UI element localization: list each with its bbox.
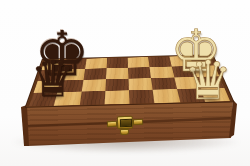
white-king-shadow <box>186 69 210 76</box>
pieces-layer: ♚♛♚♛ <box>0 0 250 166</box>
black-queen-shadow <box>45 94 66 100</box>
product-photo-chess-box: ♚♛♚♛ <box>0 0 250 166</box>
